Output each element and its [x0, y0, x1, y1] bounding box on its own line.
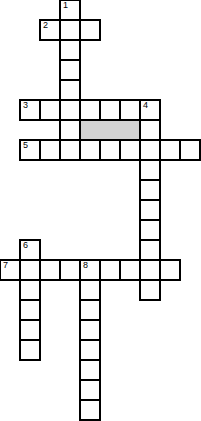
- cell-r7c8[interactable]: [159, 139, 181, 161]
- cell-r7c5[interactable]: [99, 139, 121, 161]
- cell-r18c4[interactable]: [79, 359, 101, 381]
- cell-r5c7[interactable]: 4: [139, 99, 161, 121]
- cell-r13c3[interactable]: [59, 259, 81, 281]
- cell-r13c6[interactable]: [119, 259, 141, 281]
- cell-r5c3[interactable]: [59, 99, 81, 121]
- cell-r14c1[interactable]: [19, 279, 41, 301]
- clue-number-3: 3: [23, 101, 28, 110]
- cell-r13c7[interactable]: [139, 259, 161, 281]
- cell-r13c2[interactable]: [39, 259, 61, 281]
- cell-r1c2[interactable]: 2: [39, 19, 61, 41]
- cell-r7c2[interactable]: [39, 139, 61, 161]
- cell-r7c1[interactable]: 5: [19, 139, 41, 161]
- clue-number-8: 8: [83, 261, 88, 270]
- cell-r13c1[interactable]: [19, 259, 41, 281]
- cell-r7c6[interactable]: [119, 139, 141, 161]
- cell-r10c7[interactable]: [139, 199, 161, 221]
- shaded-block: [79, 119, 141, 141]
- cell-r17c1[interactable]: [19, 339, 41, 361]
- cell-r20c4[interactable]: [79, 399, 101, 421]
- cell-r5c5[interactable]: [99, 99, 121, 121]
- cell-r14c4[interactable]: [79, 279, 101, 301]
- cell-r13c8[interactable]: [159, 259, 181, 281]
- cell-r19c4[interactable]: [79, 379, 101, 401]
- cell-r12c1[interactable]: 6: [19, 239, 41, 261]
- cell-r9c7[interactable]: [139, 179, 161, 201]
- cell-r7c9[interactable]: [179, 139, 201, 161]
- cell-r8c7[interactable]: [139, 159, 161, 181]
- cell-r15c4[interactable]: [79, 299, 101, 321]
- cell-r13c4[interactable]: 8: [79, 259, 101, 281]
- clue-number-1: 1: [63, 1, 68, 10]
- cell-r11c7[interactable]: [139, 219, 161, 241]
- cell-r5c6[interactable]: [119, 99, 141, 121]
- cell-r5c2[interactable]: [39, 99, 61, 121]
- cell-r15c1[interactable]: [19, 299, 41, 321]
- cell-r2c3[interactable]: [59, 39, 81, 61]
- cell-r7c7[interactable]: [139, 139, 161, 161]
- cell-r6c7[interactable]: [139, 119, 161, 141]
- cell-r12c7[interactable]: [139, 239, 161, 261]
- cell-r6c3[interactable]: [59, 119, 81, 141]
- cell-r3c3[interactable]: [59, 59, 81, 81]
- cell-r7c3[interactable]: [59, 139, 81, 161]
- clue-number-6: 6: [23, 241, 28, 250]
- clue-number-7: 7: [3, 261, 8, 270]
- cell-r14c7[interactable]: [139, 279, 161, 301]
- cell-r1c3[interactable]: [59, 19, 81, 41]
- cell-r13c5[interactable]: [99, 259, 121, 281]
- cell-r13c0[interactable]: 7: [0, 259, 21, 281]
- cell-r7c4[interactable]: [79, 139, 101, 161]
- cell-r16c4[interactable]: [79, 319, 101, 341]
- cell-r4c3[interactable]: [59, 79, 81, 101]
- cell-r1c4[interactable]: [79, 19, 101, 41]
- cell-r0c3[interactable]: 1: [59, 0, 81, 21]
- cell-r5c4[interactable]: [79, 99, 101, 121]
- cell-r5c1[interactable]: 3: [19, 99, 41, 121]
- crossword-board: 12345678: [0, 0, 201, 421]
- clue-number-5: 5: [23, 141, 28, 150]
- clue-number-2: 2: [43, 21, 48, 30]
- cell-r17c4[interactable]: [79, 339, 101, 361]
- cell-r16c1[interactable]: [19, 319, 41, 341]
- clue-number-4: 4: [143, 101, 148, 110]
